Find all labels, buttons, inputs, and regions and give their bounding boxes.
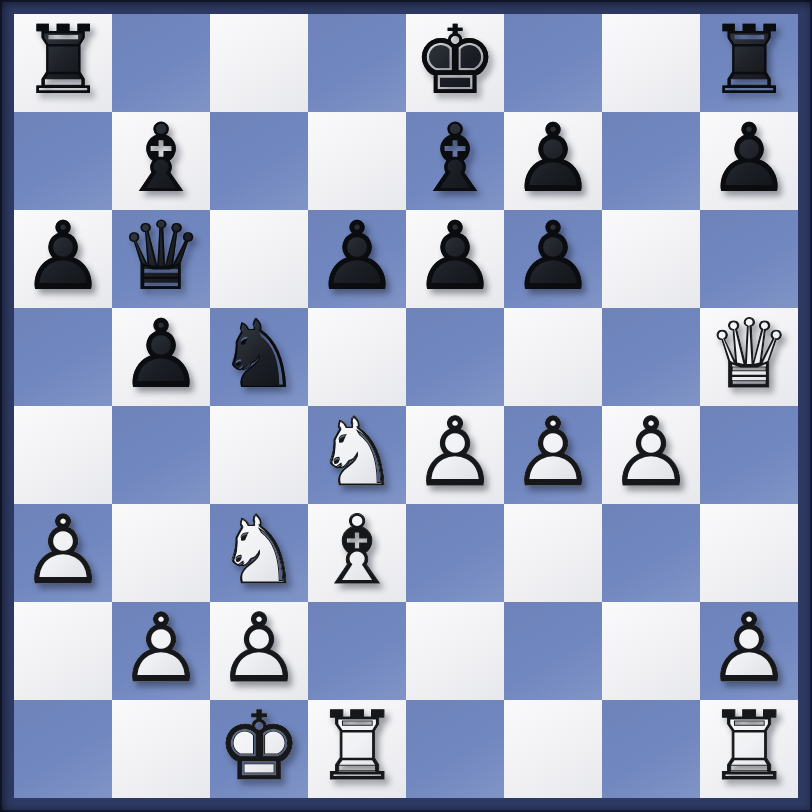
black-rook[interactable]: ♜♖ — [14, 14, 112, 112]
square-d4[interactable]: ♞♘ — [308, 406, 406, 504]
square-d2[interactable] — [308, 602, 406, 700]
square-c3[interactable]: ♞♘ — [210, 504, 308, 602]
square-d6[interactable]: ♟♙ — [308, 210, 406, 308]
white-pawn-outline-icon: ♙ — [210, 599, 308, 697]
square-b7[interactable]: ♝♗ — [112, 112, 210, 210]
white-pawn[interactable]: ♟♙ — [112, 602, 210, 700]
black-pawn[interactable]: ♟♙ — [112, 308, 210, 406]
black-bishop-outline-icon: ♗ — [112, 109, 210, 207]
square-g5[interactable] — [602, 308, 700, 406]
square-g1[interactable] — [602, 700, 700, 798]
black-queen[interactable]: ♛♕ — [112, 210, 210, 308]
square-d1[interactable]: ♜♖ — [308, 700, 406, 798]
white-king[interactable]: ♚♔ — [210, 700, 308, 798]
square-b8[interactable] — [112, 14, 210, 112]
black-rook-outline-icon: ♖ — [14, 11, 112, 109]
white-pawn[interactable]: ♟♙ — [14, 504, 112, 602]
white-rook-outline-icon: ♖ — [700, 697, 798, 795]
square-g2[interactable] — [602, 602, 700, 700]
square-c8[interactable] — [210, 14, 308, 112]
black-pawn-outline-icon: ♙ — [504, 207, 602, 305]
square-c2[interactable]: ♟♙ — [210, 602, 308, 700]
square-g4[interactable]: ♟♙ — [602, 406, 700, 504]
square-b5[interactable]: ♟♙ — [112, 308, 210, 406]
square-c6[interactable] — [210, 210, 308, 308]
white-pawn[interactable]: ♟♙ — [210, 602, 308, 700]
black-rook-outline-icon: ♖ — [700, 11, 798, 109]
square-a2[interactable] — [14, 602, 112, 700]
square-h8[interactable]: ♜♖ — [700, 14, 798, 112]
square-d5[interactable] — [308, 308, 406, 406]
black-pawn[interactable]: ♟♙ — [406, 210, 504, 308]
white-knight-outline-icon: ♘ — [308, 403, 406, 501]
square-c4[interactable] — [210, 406, 308, 504]
white-knight[interactable]: ♞♘ — [210, 504, 308, 602]
black-pawn[interactable]: ♟♙ — [504, 210, 602, 308]
black-pawn-outline-icon: ♙ — [700, 109, 798, 207]
black-knight-outline-icon: ♘ — [210, 305, 308, 403]
black-queen-outline-icon: ♕ — [112, 207, 210, 305]
square-h2[interactable]: ♟♙ — [700, 602, 798, 700]
white-rook[interactable]: ♜♖ — [700, 700, 798, 798]
square-f2[interactable] — [504, 602, 602, 700]
white-pawn-outline-icon: ♙ — [14, 501, 112, 599]
black-king[interactable]: ♚♔ — [406, 14, 504, 112]
board-frame: ♜♖♚♔♜♖♝♗♝♗♟♙♟♙♟♙♛♕♟♙♟♙♟♙♟♙♞♘♛♕♞♘♟♙♟♙♟♙♟♙… — [0, 0, 812, 812]
white-queen-outline-icon: ♕ — [700, 305, 798, 403]
square-h5[interactable]: ♛♕ — [700, 308, 798, 406]
square-e6[interactable]: ♟♙ — [406, 210, 504, 308]
square-h6[interactable] — [700, 210, 798, 308]
square-b3[interactable] — [112, 504, 210, 602]
white-pawn[interactable]: ♟♙ — [406, 406, 504, 504]
square-h7[interactable]: ♟♙ — [700, 112, 798, 210]
square-f4[interactable]: ♟♙ — [504, 406, 602, 504]
black-pawn[interactable]: ♟♙ — [700, 112, 798, 210]
white-king-outline-icon: ♔ — [210, 697, 308, 795]
square-c7[interactable] — [210, 112, 308, 210]
square-e4[interactable]: ♟♙ — [406, 406, 504, 504]
white-pawn-outline-icon: ♙ — [700, 599, 798, 697]
black-knight[interactable]: ♞♘ — [210, 308, 308, 406]
square-e1[interactable] — [406, 700, 504, 798]
white-knight-outline-icon: ♘ — [210, 501, 308, 599]
black-pawn-outline-icon: ♙ — [504, 109, 602, 207]
square-a7[interactable] — [14, 112, 112, 210]
white-pawn[interactable]: ♟♙ — [504, 406, 602, 504]
square-h3[interactable] — [700, 504, 798, 602]
white-bishop-outline-icon: ♗ — [308, 501, 406, 599]
square-d8[interactable] — [308, 14, 406, 112]
white-pawn-outline-icon: ♙ — [504, 403, 602, 501]
square-h4[interactable] — [700, 406, 798, 504]
white-pawn[interactable]: ♟♙ — [700, 602, 798, 700]
black-pawn[interactable]: ♟♙ — [14, 210, 112, 308]
square-b1[interactable] — [112, 700, 210, 798]
white-rook[interactable]: ♜♖ — [308, 700, 406, 798]
square-c1[interactable]: ♚♔ — [210, 700, 308, 798]
black-bishop[interactable]: ♝♗ — [406, 112, 504, 210]
square-e3[interactable] — [406, 504, 504, 602]
square-a4[interactable] — [14, 406, 112, 504]
black-pawn-outline-icon: ♙ — [406, 207, 504, 305]
square-g8[interactable] — [602, 14, 700, 112]
square-e8[interactable]: ♚♔ — [406, 14, 504, 112]
board: ♜♖♚♔♜♖♝♗♝♗♟♙♟♙♟♙♛♕♟♙♟♙♟♙♟♙♞♘♛♕♞♘♟♙♟♙♟♙♟♙… — [14, 14, 798, 798]
square-f7[interactable]: ♟♙ — [504, 112, 602, 210]
square-a6[interactable]: ♟♙ — [14, 210, 112, 308]
white-pawn-outline-icon: ♙ — [112, 599, 210, 697]
square-b6[interactable]: ♛♕ — [112, 210, 210, 308]
square-b2[interactable]: ♟♙ — [112, 602, 210, 700]
black-pawn[interactable]: ♟♙ — [308, 210, 406, 308]
white-pawn[interactable]: ♟♙ — [602, 406, 700, 504]
square-h1[interactable]: ♜♖ — [700, 700, 798, 798]
square-a3[interactable]: ♟♙ — [14, 504, 112, 602]
black-pawn[interactable]: ♟♙ — [504, 112, 602, 210]
black-king-outline-icon: ♔ — [406, 11, 504, 109]
white-knight[interactable]: ♞♘ — [308, 406, 406, 504]
white-queen[interactable]: ♛♕ — [700, 308, 798, 406]
square-e7[interactable]: ♝♗ — [406, 112, 504, 210]
white-rook-outline-icon: ♖ — [308, 697, 406, 795]
square-f3[interactable] — [504, 504, 602, 602]
square-f1[interactable] — [504, 700, 602, 798]
black-pawn-outline-icon: ♙ — [112, 305, 210, 403]
square-e5[interactable] — [406, 308, 504, 406]
square-b4[interactable] — [112, 406, 210, 504]
square-d3[interactable]: ♝♗ — [308, 504, 406, 602]
square-a8[interactable]: ♜♖ — [14, 14, 112, 112]
white-pawn-outline-icon: ♙ — [406, 403, 504, 501]
square-g3[interactable] — [602, 504, 700, 602]
square-a5[interactable] — [14, 308, 112, 406]
white-pawn-outline-icon: ♙ — [602, 403, 700, 501]
black-pawn-outline-icon: ♙ — [308, 207, 406, 305]
square-c5[interactable]: ♞♘ — [210, 308, 308, 406]
black-bishop[interactable]: ♝♗ — [112, 112, 210, 210]
black-rook[interactable]: ♜♖ — [700, 14, 798, 112]
white-bishop[interactable]: ♝♗ — [308, 504, 406, 602]
square-g7[interactable] — [602, 112, 700, 210]
square-e2[interactable] — [406, 602, 504, 700]
square-g6[interactable] — [602, 210, 700, 308]
square-f5[interactable] — [504, 308, 602, 406]
black-pawn-outline-icon: ♙ — [14, 207, 112, 305]
square-a1[interactable] — [14, 700, 112, 798]
black-bishop-outline-icon: ♗ — [406, 109, 504, 207]
square-f6[interactable]: ♟♙ — [504, 210, 602, 308]
square-f8[interactable] — [504, 14, 602, 112]
square-d7[interactable] — [308, 112, 406, 210]
